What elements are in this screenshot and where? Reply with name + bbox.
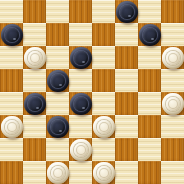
square-c8 (46, 0, 69, 23)
square-f8[interactable] (115, 0, 138, 23)
square-b2[interactable] (23, 138, 46, 161)
square-e7[interactable] (92, 23, 115, 46)
square-f4[interactable] (115, 92, 138, 115)
square-a2 (0, 138, 23, 161)
square-a4 (0, 92, 23, 115)
square-e8 (92, 0, 115, 23)
white-man-c1[interactable] (47, 162, 69, 184)
square-f2[interactable] (115, 138, 138, 161)
square-h6[interactable] (161, 46, 184, 69)
black-man-b4[interactable] (24, 93, 46, 115)
square-b3 (23, 115, 46, 138)
square-g2 (138, 138, 161, 161)
square-a5[interactable] (0, 69, 23, 92)
square-a8 (0, 0, 23, 23)
white-man-a3[interactable] (1, 116, 23, 138)
square-d2[interactable] (69, 138, 92, 161)
white-man-h4[interactable] (162, 93, 184, 115)
black-man-g7[interactable] (139, 24, 161, 46)
square-h2[interactable] (161, 138, 184, 161)
square-b1 (23, 161, 46, 184)
square-g1[interactable] (138, 161, 161, 184)
square-b7 (23, 23, 46, 46)
square-g6 (138, 46, 161, 69)
black-man-d4[interactable] (70, 93, 92, 115)
checkers-board (0, 0, 184, 184)
square-h8[interactable] (161, 0, 184, 23)
square-g8 (138, 0, 161, 23)
square-h4[interactable] (161, 92, 184, 115)
square-e5[interactable] (92, 69, 115, 92)
square-h5 (161, 69, 184, 92)
black-man-f8[interactable] (116, 1, 138, 23)
square-a3[interactable] (0, 115, 23, 138)
square-d4[interactable] (69, 92, 92, 115)
square-d8[interactable] (69, 0, 92, 23)
square-e4 (92, 92, 115, 115)
square-g3[interactable] (138, 115, 161, 138)
square-a1[interactable] (0, 161, 23, 184)
square-f3 (115, 115, 138, 138)
square-e6 (92, 46, 115, 69)
square-a7[interactable] (0, 23, 23, 46)
square-f5 (115, 69, 138, 92)
square-d7 (69, 23, 92, 46)
square-c1[interactable] (46, 161, 69, 184)
square-b8[interactable] (23, 0, 46, 23)
square-b4[interactable] (23, 92, 46, 115)
black-man-d6[interactable] (70, 47, 92, 69)
white-man-h6[interactable] (162, 47, 184, 69)
square-h3 (161, 115, 184, 138)
square-d3 (69, 115, 92, 138)
black-man-a7[interactable] (1, 24, 23, 46)
square-d5 (69, 69, 92, 92)
square-e2 (92, 138, 115, 161)
square-b5 (23, 69, 46, 92)
white-man-e3[interactable] (93, 116, 115, 138)
square-h7 (161, 23, 184, 46)
square-f7 (115, 23, 138, 46)
square-c3[interactable] (46, 115, 69, 138)
square-c6 (46, 46, 69, 69)
square-c2 (46, 138, 69, 161)
square-d1 (69, 161, 92, 184)
square-c4 (46, 92, 69, 115)
square-h1 (161, 161, 184, 184)
square-f6[interactable] (115, 46, 138, 69)
square-d6[interactable] (69, 46, 92, 69)
black-man-c3[interactable] (47, 116, 69, 138)
square-b6[interactable] (23, 46, 46, 69)
square-c7[interactable] (46, 23, 69, 46)
square-g7[interactable] (138, 23, 161, 46)
white-man-e1[interactable] (93, 162, 115, 184)
white-man-b6[interactable] (24, 47, 46, 69)
square-f1 (115, 161, 138, 184)
square-c5[interactable] (46, 69, 69, 92)
square-e1[interactable] (92, 161, 115, 184)
square-g4 (138, 92, 161, 115)
black-man-c5[interactable] (47, 70, 69, 92)
square-e3[interactable] (92, 115, 115, 138)
square-a6 (0, 46, 23, 69)
white-man-d2[interactable] (70, 139, 92, 161)
square-g5[interactable] (138, 69, 161, 92)
